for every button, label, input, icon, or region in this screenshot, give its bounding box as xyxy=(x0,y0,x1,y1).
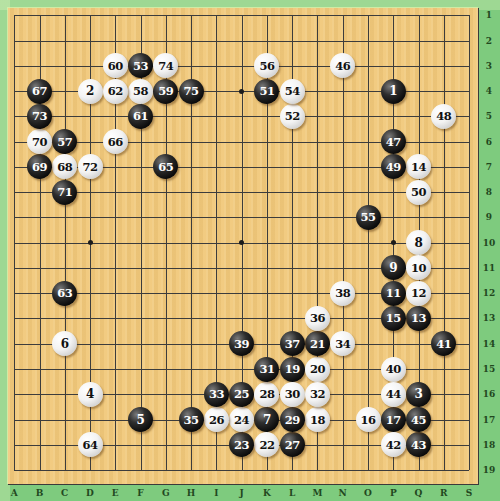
column-label-F: F xyxy=(137,488,143,498)
stone-black-K17: 7 xyxy=(254,407,279,432)
stone-white-N3: 46 xyxy=(330,53,355,78)
stone-white-P15: 40 xyxy=(381,357,406,382)
stone-black-P6: 47 xyxy=(381,129,406,154)
stone-white-E3: 60 xyxy=(103,53,128,78)
stone-white-K16: 28 xyxy=(254,382,279,407)
stone-black-C8: 71 xyxy=(52,180,77,205)
go-board: 1234567891011121314151617181920212223242… xyxy=(8,8,479,485)
stone-black-F3: 53 xyxy=(128,53,153,78)
column-label-E: E xyxy=(112,488,119,498)
stone-black-B4: 67 xyxy=(27,79,52,104)
stone-black-Q16: 3 xyxy=(406,382,431,407)
stone-white-D18: 64 xyxy=(78,432,103,457)
row-label-2: 2 xyxy=(486,36,492,46)
row-label-11: 11 xyxy=(483,263,496,273)
stone-black-P4: 1 xyxy=(381,79,406,104)
stone-black-C12: 63 xyxy=(52,281,77,306)
column-label-N: N xyxy=(339,488,347,498)
stone-black-I16: 33 xyxy=(204,382,229,407)
grid-line xyxy=(368,15,369,470)
stone-white-D4: 2 xyxy=(78,79,103,104)
stone-black-Q18: 43 xyxy=(406,432,431,457)
stone-black-P12: 11 xyxy=(381,281,406,306)
stone-white-L5: 52 xyxy=(280,104,305,129)
stone-white-M15: 20 xyxy=(305,357,330,382)
column-label-L: L xyxy=(289,488,295,498)
stone-black-G7: 65 xyxy=(153,154,178,179)
stone-white-Q8: 50 xyxy=(406,180,431,205)
stone-black-M14: 21 xyxy=(305,331,330,356)
stone-black-P7: 49 xyxy=(381,154,406,179)
stone-black-L14: 37 xyxy=(280,331,305,356)
stone-white-O17: 16 xyxy=(356,407,381,432)
row-label-4: 4 xyxy=(486,86,492,96)
stone-white-K18: 22 xyxy=(254,432,279,457)
grid-line xyxy=(444,15,445,470)
stone-white-I17: 26 xyxy=(204,407,229,432)
column-label-K: K xyxy=(263,488,271,498)
stone-white-M16: 32 xyxy=(305,382,330,407)
stone-white-P18: 42 xyxy=(381,432,406,457)
column-label-H: H xyxy=(187,488,196,498)
row-label-19: 19 xyxy=(483,465,496,475)
stone-white-Q7: 14 xyxy=(406,154,431,179)
stone-white-N14: 34 xyxy=(330,331,355,356)
stone-black-F17: 5 xyxy=(128,407,153,432)
stone-black-L18: 27 xyxy=(280,432,305,457)
stone-white-Q10: 8 xyxy=(406,230,431,255)
row-label-12: 12 xyxy=(483,288,496,298)
stone-white-Q12: 12 xyxy=(406,281,431,306)
stone-black-C6: 57 xyxy=(52,129,77,154)
row-label-17: 17 xyxy=(483,415,496,425)
stone-black-F5: 61 xyxy=(128,104,153,129)
star-point xyxy=(239,89,244,94)
stone-black-L15: 19 xyxy=(280,357,305,382)
stone-white-N12: 38 xyxy=(330,281,355,306)
stone-white-L4: 54 xyxy=(280,79,305,104)
stone-white-R5: 48 xyxy=(431,104,456,129)
row-label-9: 9 xyxy=(486,212,492,222)
stone-black-P13: 15 xyxy=(381,306,406,331)
column-label-R: R xyxy=(440,488,447,498)
stone-white-E4: 62 xyxy=(103,79,128,104)
column-label-P: P xyxy=(390,488,397,498)
grid-line xyxy=(343,15,344,470)
stone-black-G4: 59 xyxy=(153,79,178,104)
stone-black-H17: 35 xyxy=(179,407,204,432)
stone-black-L17: 29 xyxy=(280,407,305,432)
column-label-S: S xyxy=(466,488,473,498)
column-label-J: J xyxy=(239,488,243,498)
grid-line xyxy=(469,15,470,470)
stone-white-K3: 56 xyxy=(254,53,279,78)
column-label-C: C xyxy=(61,488,68,498)
row-label-6: 6 xyxy=(486,137,492,147)
row-label-8: 8 xyxy=(486,187,492,197)
stone-white-F4: 58 xyxy=(128,79,153,104)
stone-white-D7: 72 xyxy=(78,154,103,179)
stone-black-Q17: 45 xyxy=(406,407,431,432)
stone-black-O9: 55 xyxy=(356,205,381,230)
stone-white-E6: 66 xyxy=(103,129,128,154)
stone-black-K15: 31 xyxy=(254,357,279,382)
column-label-M: M xyxy=(312,488,322,498)
stone-white-M17: 18 xyxy=(305,407,330,432)
stone-white-C14: 6 xyxy=(52,331,77,356)
stone-black-Q13: 13 xyxy=(406,306,431,331)
stone-black-R14: 41 xyxy=(431,331,456,356)
stone-black-J18: 23 xyxy=(229,432,254,457)
go-board-diagram: 1234567891011121314151617181920212223242… xyxy=(0,0,500,501)
row-label-15: 15 xyxy=(483,364,496,374)
stone-black-K4: 51 xyxy=(254,79,279,104)
stone-white-C7: 68 xyxy=(52,154,77,179)
row-label-1: 1 xyxy=(486,10,492,20)
stone-white-J17: 24 xyxy=(229,407,254,432)
stone-white-Q11: 10 xyxy=(406,255,431,280)
column-label-D: D xyxy=(86,488,94,498)
star-point xyxy=(239,240,244,245)
row-label-10: 10 xyxy=(483,238,496,248)
row-label-16: 16 xyxy=(483,389,496,399)
stone-black-B5: 73 xyxy=(27,104,52,129)
grid-line xyxy=(14,470,469,471)
stone-black-H4: 75 xyxy=(179,79,204,104)
stone-white-B6: 70 xyxy=(27,129,52,154)
row-label-5: 5 xyxy=(486,111,492,121)
stone-black-J14: 39 xyxy=(229,331,254,356)
stone-black-P11: 9 xyxy=(381,255,406,280)
column-label-I: I xyxy=(214,488,218,498)
star-point xyxy=(391,240,396,245)
column-label-Q: Q xyxy=(415,488,423,498)
stone-white-G3: 74 xyxy=(153,53,178,78)
star-point xyxy=(88,240,93,245)
row-label-7: 7 xyxy=(486,162,492,172)
stone-white-L16: 30 xyxy=(280,382,305,407)
stone-white-P16: 44 xyxy=(381,382,406,407)
stone-black-B7: 69 xyxy=(27,154,52,179)
stone-white-M13: 36 xyxy=(305,306,330,331)
stone-black-J16: 25 xyxy=(229,382,254,407)
column-label-A: A xyxy=(11,488,18,498)
row-label-18: 18 xyxy=(483,440,496,450)
stone-white-D16: 4 xyxy=(78,382,103,407)
row-label-3: 3 xyxy=(486,61,492,71)
column-label-B: B xyxy=(36,488,44,498)
stone-black-P17: 17 xyxy=(381,407,406,432)
row-label-14: 14 xyxy=(483,339,496,349)
row-label-13: 13 xyxy=(483,313,496,323)
column-label-O: O xyxy=(364,488,372,498)
column-label-G: G xyxy=(162,488,170,498)
